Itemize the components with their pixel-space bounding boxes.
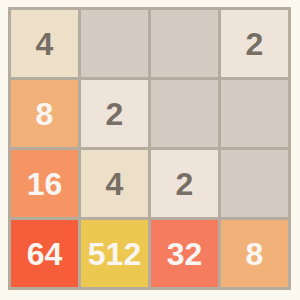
tile-16-r3c1: 16 [11, 150, 78, 217]
tile-64-r4c1: 64 [11, 220, 78, 287]
tile-4-r1c1: 4 [11, 10, 78, 77]
tile-32-r4c3: 32 [151, 220, 218, 287]
tile-8-r2c1: 8 [11, 80, 78, 147]
empty-cell-r3c4 [221, 150, 288, 217]
board-grid[interactable]: 4282164264512328 [8, 7, 291, 290]
game-2048-page: 4282164264512328 [0, 0, 300, 300]
tile-8-r4c4: 8 [221, 220, 288, 287]
tile-2-r2c2: 2 [81, 80, 148, 147]
empty-cell-r2c4 [221, 80, 288, 147]
tile-4-r3c2: 4 [81, 150, 148, 217]
empty-cell-r1c3 [151, 10, 218, 77]
tile-512-r4c2: 512 [81, 220, 148, 287]
tile-2-r3c3: 2 [151, 150, 218, 217]
tile-2-r1c4: 2 [221, 10, 288, 77]
empty-cell-r2c3 [151, 80, 218, 147]
empty-cell-r1c2 [81, 10, 148, 77]
